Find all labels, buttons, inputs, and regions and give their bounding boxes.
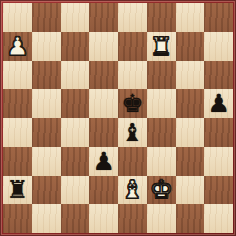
square-d6[interactable]: [89, 61, 118, 90]
square-g1[interactable]: [176, 204, 205, 233]
piece-black-king: ♚: [118, 89, 147, 118]
piece-white-bishop: ♝: [118, 176, 147, 205]
square-g5[interactable]: [176, 89, 205, 118]
square-d8[interactable]: [89, 3, 118, 32]
square-h2[interactable]: [204, 176, 233, 205]
square-c5[interactable]: [61, 89, 90, 118]
square-b8[interactable]: [32, 3, 61, 32]
square-e7[interactable]: [118, 32, 147, 61]
square-b7[interactable]: [32, 32, 61, 61]
square-b2[interactable]: [32, 176, 61, 205]
square-b6[interactable]: [32, 61, 61, 90]
square-h1[interactable]: [204, 204, 233, 233]
square-f7[interactable]: ♜: [147, 32, 176, 61]
board-frame: ♟♜♚♟♝♟♜♝♚: [0, 0, 236, 236]
square-c3[interactable]: [61, 147, 90, 176]
square-a8[interactable]: [3, 3, 32, 32]
square-b5[interactable]: [32, 89, 61, 118]
square-c2[interactable]: [61, 176, 90, 205]
square-c1[interactable]: [61, 204, 90, 233]
square-a4[interactable]: [3, 118, 32, 147]
square-a7[interactable]: ♟: [3, 32, 32, 61]
piece-white-rook: ♜: [147, 32, 176, 61]
square-h5[interactable]: ♟: [204, 89, 233, 118]
square-c4[interactable]: [61, 118, 90, 147]
square-e2[interactable]: ♝: [118, 176, 147, 205]
square-a3[interactable]: [3, 147, 32, 176]
square-a6[interactable]: [3, 61, 32, 90]
square-d2[interactable]: [89, 176, 118, 205]
square-a2[interactable]: ♜: [3, 176, 32, 205]
piece-black-rook: ♜: [3, 176, 32, 205]
square-d5[interactable]: [89, 89, 118, 118]
square-g3[interactable]: [176, 147, 205, 176]
square-d7[interactable]: [89, 32, 118, 61]
square-e4[interactable]: ♝: [118, 118, 147, 147]
square-h6[interactable]: [204, 61, 233, 90]
square-e5[interactable]: ♚: [118, 89, 147, 118]
square-b1[interactable]: [32, 204, 61, 233]
square-d3[interactable]: ♟: [89, 147, 118, 176]
piece-black-pawn: ♟: [204, 89, 233, 118]
square-f5[interactable]: [147, 89, 176, 118]
square-g8[interactable]: [176, 3, 205, 32]
square-g2[interactable]: [176, 176, 205, 205]
square-c6[interactable]: [61, 61, 90, 90]
square-b3[interactable]: [32, 147, 61, 176]
square-e8[interactable]: [118, 3, 147, 32]
square-e3[interactable]: [118, 147, 147, 176]
square-h7[interactable]: [204, 32, 233, 61]
square-c7[interactable]: [61, 32, 90, 61]
square-h3[interactable]: [204, 147, 233, 176]
piece-white-king: ♚: [147, 176, 176, 205]
piece-black-pawn: ♟: [89, 147, 118, 176]
square-b4[interactable]: [32, 118, 61, 147]
square-f8[interactable]: [147, 3, 176, 32]
square-a1[interactable]: [3, 204, 32, 233]
square-f1[interactable]: [147, 204, 176, 233]
square-f4[interactable]: [147, 118, 176, 147]
chess-board: ♟♜♚♟♝♟♜♝♚: [3, 3, 233, 233]
piece-white-pawn: ♟: [3, 32, 32, 61]
square-a5[interactable]: [3, 89, 32, 118]
square-g7[interactable]: [176, 32, 205, 61]
square-f6[interactable]: [147, 61, 176, 90]
square-g6[interactable]: [176, 61, 205, 90]
square-h4[interactable]: [204, 118, 233, 147]
square-d4[interactable]: [89, 118, 118, 147]
square-g4[interactable]: [176, 118, 205, 147]
piece-black-bishop: ♝: [118, 118, 147, 147]
square-f2[interactable]: ♚: [147, 176, 176, 205]
square-d1[interactable]: [89, 204, 118, 233]
square-c8[interactable]: [61, 3, 90, 32]
square-h8[interactable]: [204, 3, 233, 32]
square-e6[interactable]: [118, 61, 147, 90]
square-e1[interactable]: [118, 204, 147, 233]
square-f3[interactable]: [147, 147, 176, 176]
